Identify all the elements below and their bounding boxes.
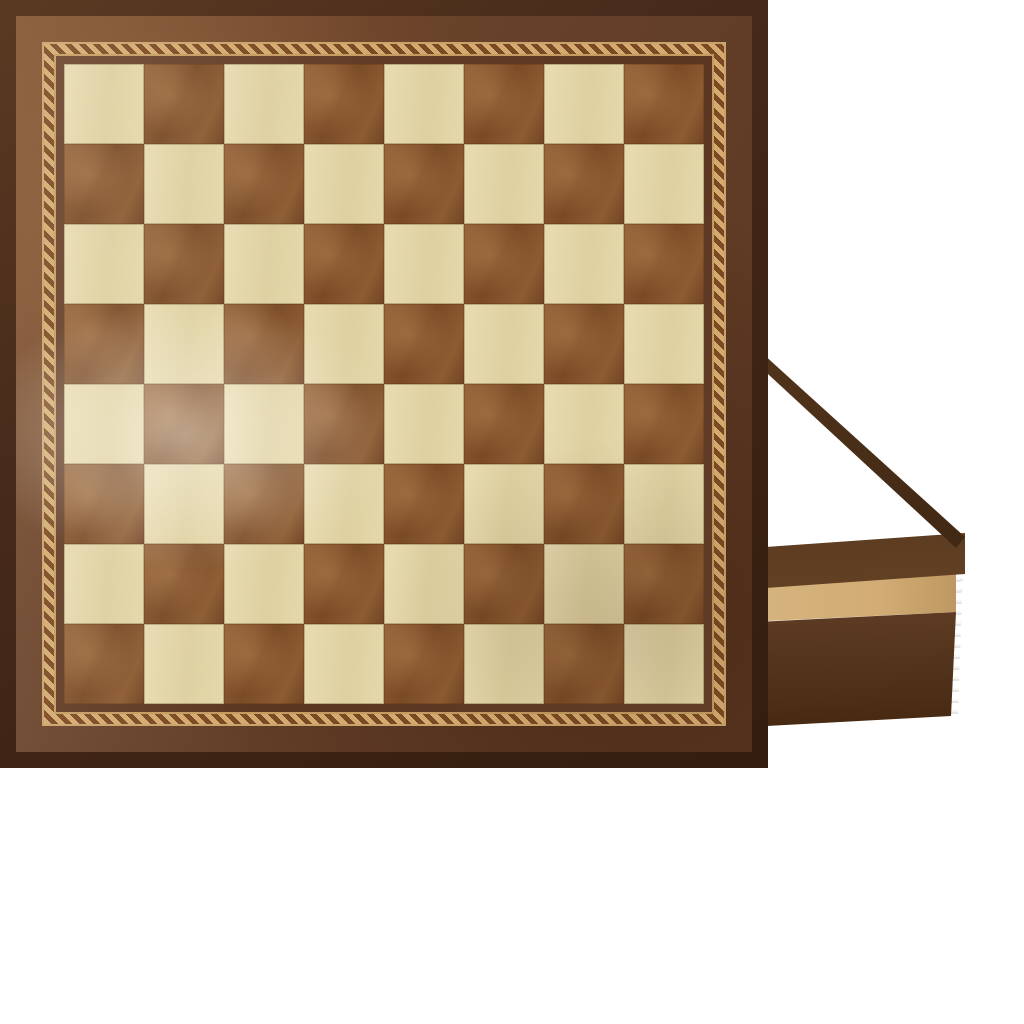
pieces-layer: ♜♞♝♛♚♝♞♜♟♟♟♟♟♟♟♟♟♟♟♟♟♟♟♟♜♞♝♛♚♝♞♜ — [0, 0, 1024, 1024]
white-rook-glyph: ♜ — [0, 0, 7, 3]
chess-set-product-photo: ♜♞♝♛♚♝♞♜♟♟♟♟♟♟♟♟♟♟♟♟♟♟♟♟♜♞♝♛♚♝♞♜ — [0, 0, 1024, 1024]
